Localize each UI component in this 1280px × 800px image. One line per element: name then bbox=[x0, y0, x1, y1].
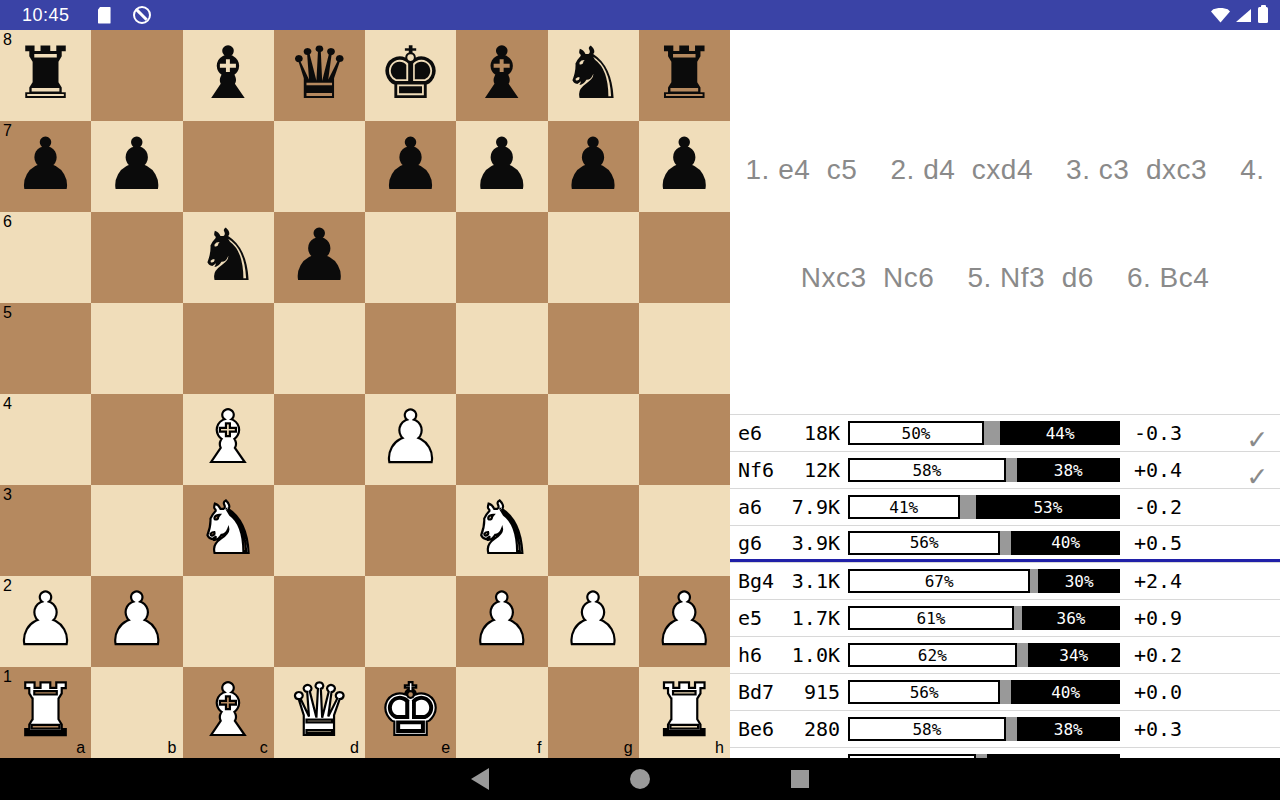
square-f6[interactable] bbox=[456, 212, 547, 303]
result-bar: 67%30% bbox=[848, 569, 1120, 593]
square-c1[interactable]: ♝c bbox=[183, 667, 274, 758]
result-bar: 58%38% bbox=[848, 458, 1120, 482]
result-bar: 56%40% bbox=[848, 531, 1120, 555]
square-b1[interactable]: b bbox=[91, 667, 182, 758]
game-count: 280 bbox=[784, 717, 840, 741]
piece-black-pawn: ♟ bbox=[287, 219, 352, 291]
home-icon[interactable] bbox=[630, 769, 650, 789]
candidate-move: a6 bbox=[730, 495, 784, 519]
piece-black-king: ♚ bbox=[378, 37, 443, 109]
piece-white-pawn: ♟ bbox=[105, 583, 170, 655]
move-list[interactable]: 1. e4 c5 2. d4 cxd4 3. c3 dxc3 4. Nxc3 N… bbox=[730, 80, 1280, 368]
piece-white-pawn: ♟ bbox=[378, 401, 443, 473]
white-win-bar: 56% bbox=[848, 680, 1000, 704]
draw-bar bbox=[1017, 643, 1028, 667]
candidate-move: h6 bbox=[730, 643, 784, 667]
piece-black-queen: ♛ bbox=[287, 37, 352, 109]
square-c7[interactable] bbox=[183, 121, 274, 212]
piece-white-pawn: ♟ bbox=[652, 583, 717, 655]
black-win-bar: 40% bbox=[1011, 680, 1120, 704]
rank-label-8: 8 bbox=[3, 32, 12, 48]
square-g4[interactable] bbox=[548, 394, 639, 485]
piece-black-pawn: ♟ bbox=[13, 128, 78, 200]
rank-label-7: 7 bbox=[3, 123, 12, 139]
square-f5[interactable] bbox=[456, 303, 547, 394]
square-e5[interactable] bbox=[365, 303, 456, 394]
check-icon: ✓ bbox=[1248, 458, 1266, 493]
file-label-h: h bbox=[715, 740, 724, 756]
rank-label-4: 4 bbox=[3, 396, 12, 412]
engine-eval: +0.0 bbox=[1134, 680, 1204, 704]
square-b3[interactable] bbox=[91, 485, 182, 576]
draw-bar bbox=[960, 495, 976, 519]
rank-label-6: 6 bbox=[3, 214, 12, 230]
move-list-line2[interactable]: Nxc3 Nc6 5. Nf3 d6 6. Bc4 bbox=[730, 260, 1280, 296]
move-list-line1[interactable]: 1. e4 c5 2. d4 cxd4 3. c3 dxc3 4. bbox=[730, 152, 1280, 188]
stats-row-Be6[interactable]: Be628058%38%+0.3 bbox=[730, 710, 1280, 747]
engine-eval: +0.4 bbox=[1134, 458, 1204, 482]
stats-row-Bg4[interactable]: Bg43.1K67%30%+2.4 bbox=[730, 562, 1280, 599]
repertoire-check-cell: ✓ bbox=[1204, 416, 1280, 451]
square-e1[interactable]: ♚e bbox=[365, 667, 456, 758]
black-win-bar: 30% bbox=[1038, 569, 1120, 593]
square-d8[interactable]: ♛ bbox=[274, 30, 365, 121]
do-not-disturb-icon bbox=[133, 6, 151, 24]
square-e7[interactable]: ♟ bbox=[365, 121, 456, 212]
piece-white-king: ♚ bbox=[378, 674, 443, 746]
square-b7[interactable]: ♟ bbox=[91, 121, 182, 212]
black-win-bar: 53% bbox=[976, 495, 1120, 519]
repertoire-check-cell: ✓ bbox=[1204, 453, 1280, 488]
square-c4[interactable]: ♝ bbox=[183, 394, 274, 485]
white-win-bar: 62% bbox=[848, 643, 1017, 667]
draw-bar bbox=[1014, 606, 1022, 630]
square-h2[interactable]: ♟ bbox=[639, 576, 730, 667]
file-label-a: a bbox=[76, 740, 85, 756]
candidate-move: Bd7 bbox=[730, 680, 784, 704]
sd-card-icon bbox=[98, 7, 111, 24]
square-a6[interactable]: 6 bbox=[0, 212, 91, 303]
wifi-icon bbox=[1211, 8, 1230, 23]
game-count: 1.7K bbox=[784, 606, 840, 630]
white-win-bar: 56% bbox=[848, 531, 1000, 555]
piece-black-pawn: ♟ bbox=[378, 128, 443, 200]
engine-eval: -0.2 bbox=[1134, 495, 1204, 519]
square-c5[interactable] bbox=[183, 303, 274, 394]
game-count: 915 bbox=[784, 680, 840, 704]
clock-time: 10:45 bbox=[22, 5, 70, 26]
square-h6[interactable] bbox=[639, 212, 730, 303]
engine-eval: +2.4 bbox=[1134, 569, 1204, 593]
stats-row-Nf6[interactable]: Nf612K58%38%+0.4✓ bbox=[730, 451, 1280, 488]
chess-board[interactable]: ♜8♝♛♚♝♞♜♟7♟♟♟♟♟6♞♟54♝♟3♞♞♟2♟♟♟♟♜1ab♝c♛d♚… bbox=[0, 30, 730, 758]
draw-bar bbox=[1006, 458, 1017, 482]
engine-eval: +0.3 bbox=[1134, 717, 1204, 741]
draw-bar bbox=[1000, 531, 1011, 555]
square-g3[interactable] bbox=[548, 485, 639, 576]
piece-black-knight: ♞ bbox=[561, 37, 626, 109]
square-c3[interactable]: ♞ bbox=[183, 485, 274, 576]
square-g5[interactable] bbox=[548, 303, 639, 394]
white-win-bar: 41% bbox=[848, 495, 960, 519]
piece-black-pawn: ♟ bbox=[652, 128, 717, 200]
square-f8[interactable]: ♝ bbox=[456, 30, 547, 121]
square-b8[interactable] bbox=[91, 30, 182, 121]
right-panel: 1. e4 c5 2. d4 cxd4 3. c3 dxc3 4. Nxc3 N… bbox=[730, 30, 1280, 758]
stats-row-h6[interactable]: h61.0K62%34%+0.2 bbox=[730, 636, 1280, 673]
candidate-move: g6 bbox=[730, 531, 784, 555]
square-c2[interactable] bbox=[183, 576, 274, 667]
game-count: 1.0K bbox=[784, 643, 840, 667]
black-win-bar: 40% bbox=[1011, 531, 1120, 555]
square-g6[interactable] bbox=[548, 212, 639, 303]
square-h1[interactable]: ♜h bbox=[639, 667, 730, 758]
black-win-bar: 38% bbox=[1017, 717, 1120, 741]
piece-black-bishop: ♝ bbox=[196, 37, 261, 109]
piece-white-rook: ♜ bbox=[652, 674, 717, 746]
square-a2[interactable]: ♟2 bbox=[0, 576, 91, 667]
black-win-bar: 38% bbox=[1017, 458, 1120, 482]
square-a5[interactable]: 5 bbox=[0, 303, 91, 394]
square-a8[interactable]: ♜8 bbox=[0, 30, 91, 121]
piece-black-knight: ♞ bbox=[196, 219, 261, 291]
square-d3[interactable] bbox=[274, 485, 365, 576]
game-count: 18K bbox=[784, 421, 840, 445]
square-f7[interactable]: ♟ bbox=[456, 121, 547, 212]
engine-eval: +0.9 bbox=[1134, 606, 1204, 630]
square-d2[interactable] bbox=[274, 576, 365, 667]
stats-row-Bd7[interactable]: Bd791556%40%+0.0 bbox=[730, 673, 1280, 710]
square-d4[interactable] bbox=[274, 394, 365, 485]
draw-bar bbox=[1030, 569, 1038, 593]
square-b6[interactable] bbox=[91, 212, 182, 303]
battery-icon bbox=[1258, 7, 1268, 23]
game-count: 12K bbox=[784, 458, 840, 482]
candidate-move: Be6 bbox=[730, 717, 784, 741]
result-bar: 50%44% bbox=[848, 421, 1120, 445]
game-count: 3.9K bbox=[784, 531, 840, 555]
square-h5[interactable] bbox=[639, 303, 730, 394]
rank-label-5: 5 bbox=[3, 305, 12, 321]
square-f3[interactable]: ♞ bbox=[456, 485, 547, 576]
square-h8[interactable]: ♜ bbox=[639, 30, 730, 121]
square-a4[interactable]: 4 bbox=[0, 394, 91, 485]
square-h4[interactable] bbox=[639, 394, 730, 485]
square-c8[interactable]: ♝ bbox=[183, 30, 274, 121]
file-label-b: b bbox=[168, 740, 177, 756]
draw-bar bbox=[1006, 717, 1017, 741]
file-label-g: g bbox=[624, 740, 633, 756]
result-bar: 62%34% bbox=[848, 643, 1120, 667]
draw-bar bbox=[984, 421, 1000, 445]
candidate-move: e6 bbox=[730, 421, 784, 445]
piece-white-pawn: ♟ bbox=[13, 583, 78, 655]
square-e6[interactable] bbox=[365, 212, 456, 303]
rank-label-2: 2 bbox=[3, 578, 12, 594]
white-win-bar: 50% bbox=[848, 421, 984, 445]
square-a3[interactable]: 3 bbox=[0, 485, 91, 576]
stats-row-a6[interactable]: a67.9K41%53%-0.2 bbox=[730, 488, 1280, 525]
black-win-bar: 36% bbox=[1022, 606, 1120, 630]
result-bar: 41%53% bbox=[848, 495, 1120, 519]
game-count: 3.1K bbox=[784, 569, 840, 593]
white-win-bar: 58% bbox=[848, 717, 1006, 741]
white-win-bar: 58% bbox=[848, 458, 1006, 482]
square-d5[interactable] bbox=[274, 303, 365, 394]
square-f4[interactable] bbox=[456, 394, 547, 485]
piece-black-pawn: ♟ bbox=[470, 128, 535, 200]
file-label-d: d bbox=[350, 740, 359, 756]
square-g7[interactable]: ♟ bbox=[548, 121, 639, 212]
stats-row-e5[interactable]: e51.7K61%36%+0.9 bbox=[730, 599, 1280, 636]
square-h7[interactable]: ♟ bbox=[639, 121, 730, 212]
piece-black-pawn: ♟ bbox=[561, 128, 626, 200]
piece-white-knight: ♞ bbox=[196, 492, 261, 564]
square-b5[interactable] bbox=[91, 303, 182, 394]
stats-row-e6[interactable]: e618K50%44%-0.3✓ bbox=[730, 414, 1280, 451]
game-count: 7.9K bbox=[784, 495, 840, 519]
piece-black-pawn: ♟ bbox=[105, 128, 170, 200]
candidate-move: Bg4 bbox=[730, 569, 784, 593]
piece-black-rook: ♜ bbox=[13, 37, 78, 109]
file-label-f: f bbox=[537, 740, 541, 756]
piece-black-rook: ♜ bbox=[652, 37, 717, 109]
engine-eval: -0.3 bbox=[1134, 421, 1204, 445]
cell-signal-icon bbox=[1236, 9, 1251, 22]
check-icon: ✓ bbox=[1248, 421, 1266, 456]
candidate-move: Nf6 bbox=[730, 458, 784, 482]
square-h3[interactable] bbox=[639, 485, 730, 576]
square-d1[interactable]: ♛d bbox=[274, 667, 365, 758]
square-f2[interactable]: ♟ bbox=[456, 576, 547, 667]
candidate-moves-table: e618K50%44%-0.3✓Nf612K58%38%+0.4✓a67.9K4… bbox=[730, 414, 1280, 784]
piece-white-pawn: ♟ bbox=[470, 583, 535, 655]
square-d7[interactable] bbox=[274, 121, 365, 212]
piece-white-bishop: ♝ bbox=[196, 401, 261, 473]
recents-icon[interactable] bbox=[791, 770, 809, 788]
square-g8[interactable]: ♞ bbox=[548, 30, 639, 121]
rank-label-3: 3 bbox=[3, 487, 12, 503]
square-e8[interactable]: ♚ bbox=[365, 30, 456, 121]
square-e2[interactable] bbox=[365, 576, 456, 667]
square-d6[interactable]: ♟ bbox=[274, 212, 365, 303]
square-e3[interactable] bbox=[365, 485, 456, 576]
square-g1[interactable]: g bbox=[548, 667, 639, 758]
engine-eval: +0.5 bbox=[1134, 531, 1204, 555]
square-b2[interactable]: ♟ bbox=[91, 576, 182, 667]
stats-row-g6[interactable]: g63.9K56%40%+0.5 bbox=[730, 525, 1280, 562]
white-win-bar: 67% bbox=[848, 569, 1030, 593]
result-bar: 56%40% bbox=[848, 680, 1120, 704]
back-icon[interactable] bbox=[471, 768, 489, 790]
white-win-bar: 61% bbox=[848, 606, 1014, 630]
piece-white-pawn: ♟ bbox=[561, 583, 626, 655]
piece-white-rook: ♜ bbox=[13, 674, 78, 746]
square-a7[interactable]: ♟7 bbox=[0, 121, 91, 212]
draw-bar bbox=[1000, 680, 1011, 704]
piece-white-queen: ♛ bbox=[287, 674, 352, 746]
square-f1[interactable]: f bbox=[456, 667, 547, 758]
piece-white-knight: ♞ bbox=[470, 492, 535, 564]
status-bar: 10:45 bbox=[0, 0, 1280, 30]
piece-black-bishop: ♝ bbox=[470, 37, 535, 109]
result-bar: 58%38% bbox=[848, 717, 1120, 741]
android-nav-bar bbox=[0, 758, 1280, 800]
square-c6[interactable]: ♞ bbox=[183, 212, 274, 303]
candidate-move: e5 bbox=[730, 606, 784, 630]
square-a1[interactable]: ♜1a bbox=[0, 667, 91, 758]
square-b4[interactable] bbox=[91, 394, 182, 485]
engine-eval: +0.2 bbox=[1134, 643, 1204, 667]
file-label-e: e bbox=[441, 740, 450, 756]
piece-white-bishop: ♝ bbox=[196, 674, 261, 746]
black-win-bar: 34% bbox=[1028, 643, 1120, 667]
square-e4[interactable]: ♟ bbox=[365, 394, 456, 485]
black-win-bar: 44% bbox=[1000, 421, 1120, 445]
app-screen: 10:45 ♜8♝♛♚♝♞♜♟7♟♟♟♟♟6♞♟54♝♟3♞♞♟2♟♟♟♟♜1a… bbox=[0, 0, 1280, 800]
square-g2[interactable]: ♟ bbox=[548, 576, 639, 667]
file-label-c: c bbox=[260, 740, 268, 756]
rank-label-1: 1 bbox=[3, 669, 12, 685]
result-bar: 61%36% bbox=[848, 606, 1120, 630]
